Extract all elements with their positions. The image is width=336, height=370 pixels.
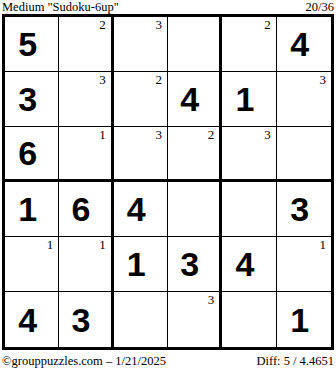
- sudoku-grid: 523243324136132316431113414331: [2, 14, 334, 350]
- pencil-mark: 2: [99, 18, 106, 32]
- cell-r3c1[interactable]: 6: [5, 127, 59, 182]
- difficulty-text: Diff: 5 / 4.4651: [256, 354, 334, 369]
- cell-r6c3[interactable]: [114, 292, 168, 347]
- progress-counter: 20/36: [306, 0, 334, 14]
- pencil-mark: 3: [208, 293, 215, 307]
- pencil-mark: 1: [99, 128, 106, 142]
- pencil-mark: 3: [264, 128, 271, 142]
- cell-r4c3[interactable]: 4: [114, 182, 168, 237]
- pencil-mark: 3: [155, 128, 162, 142]
- footer: ©grouppuzzles.com – 1/21/2025 Diff: 5 / …: [2, 353, 334, 369]
- cell-value: 1: [127, 247, 146, 281]
- cell-r6c1[interactable]: 4: [5, 292, 59, 347]
- cell-r5c6[interactable]: 1: [277, 237, 331, 292]
- cell-value: 5: [18, 27, 37, 61]
- cell-r4c4[interactable]: [168, 182, 222, 237]
- cell-value: 3: [72, 303, 91, 337]
- pencil-mark: 1: [99, 238, 106, 252]
- cell-value: 6: [72, 192, 91, 226]
- cell-value: 4: [290, 27, 309, 61]
- cell-r2c5[interactable]: 1: [222, 72, 276, 127]
- cell-r6c4[interactable]: 3: [168, 292, 222, 347]
- header: Medium "Sudoku-6up" 20/36: [2, 0, 334, 14]
- pencil-mark: 2: [208, 128, 215, 142]
- pencil-mark: 3: [319, 73, 326, 87]
- cell-r1c4[interactable]: [168, 17, 222, 72]
- cell-r5c1[interactable]: 1: [5, 237, 59, 292]
- cell-r3c3[interactable]: 3: [114, 127, 168, 182]
- cell-r3c4[interactable]: 2: [168, 127, 222, 182]
- cell-r2c6[interactable]: 3: [277, 72, 331, 127]
- cell-value: 4: [180, 82, 199, 116]
- cell-r3c2[interactable]: 1: [59, 127, 113, 182]
- pencil-mark: 3: [99, 73, 106, 87]
- cell-value: 3: [180, 247, 199, 281]
- cell-r3c6[interactable]: [277, 127, 331, 182]
- cell-value: 6: [18, 136, 37, 170]
- pencil-mark: 1: [47, 238, 54, 252]
- cell-r1c5[interactable]: 2: [222, 17, 276, 72]
- cell-r6c2[interactable]: 3: [59, 292, 113, 347]
- cell-value: 3: [290, 192, 309, 226]
- pencil-mark: 2: [155, 73, 162, 87]
- cell-r3c5[interactable]: 3: [222, 127, 276, 182]
- cell-r4c6[interactable]: 3: [277, 182, 331, 237]
- puzzle-page: Medium "Sudoku-6up" 20/36 52324332413613…: [0, 0, 336, 370]
- cell-r5c4[interactable]: 3: [168, 237, 222, 292]
- cell-r2c3[interactable]: 2: [114, 72, 168, 127]
- cell-r4c2[interactable]: 6: [59, 182, 113, 237]
- pencil-mark: 2: [264, 18, 271, 32]
- cell-r1c2[interactable]: 2: [59, 17, 113, 72]
- pencil-mark: 3: [155, 18, 162, 32]
- cell-r1c1[interactable]: 5: [5, 17, 59, 72]
- copyright-text: ©grouppuzzles.com – 1/21/2025: [2, 354, 166, 369]
- cell-value: 1: [18, 192, 37, 226]
- cell-r6c6[interactable]: 1: [277, 292, 331, 347]
- puzzle-title: Medium "Sudoku-6up": [2, 0, 119, 14]
- cell-r2c1[interactable]: 3: [5, 72, 59, 127]
- cell-r5c3[interactable]: 1: [114, 237, 168, 292]
- cell-r1c6[interactable]: 4: [277, 17, 331, 72]
- cell-value: 1: [236, 82, 255, 116]
- pencil-mark: 1: [319, 238, 326, 252]
- cell-r4c5[interactable]: [222, 182, 276, 237]
- cell-value: 3: [18, 82, 37, 116]
- cell-r4c1[interactable]: 1: [5, 182, 59, 237]
- cell-r2c2[interactable]: 3: [59, 72, 113, 127]
- cell-r2c4[interactable]: 4: [168, 72, 222, 127]
- cell-r1c3[interactable]: 3: [114, 17, 168, 72]
- cell-value: 4: [18, 303, 37, 337]
- cell-r6c5[interactable]: [222, 292, 276, 347]
- cell-value: 4: [236, 247, 255, 281]
- cell-value: 1: [290, 303, 309, 337]
- cell-r5c2[interactable]: 1: [59, 237, 113, 292]
- cell-r5c5[interactable]: 4: [222, 237, 276, 292]
- cell-value: 4: [127, 192, 146, 226]
